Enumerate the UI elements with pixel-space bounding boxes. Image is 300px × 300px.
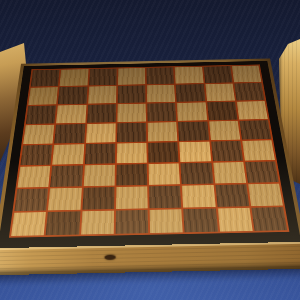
- photo-scene: [0, 0, 300, 300]
- square-r2c6-dark: [176, 84, 205, 102]
- square-r1c8-light: [232, 66, 262, 83]
- square-r1c1-dark: [31, 70, 60, 87]
- square-r7c8-light: [248, 184, 283, 207]
- square-r2c4-dark: [118, 85, 146, 103]
- square-r8c5-light: [150, 209, 183, 233]
- square-r1c6-light: [175, 67, 203, 84]
- square-r4c5-light: [148, 122, 178, 141]
- square-r3c3-dark: [87, 104, 116, 122]
- square-r3c6-light: [177, 102, 207, 120]
- square-r8c7-light: [217, 208, 252, 232]
- square-r7c1-dark: [14, 188, 48, 211]
- square-r4c6-dark: [178, 122, 209, 141]
- wood-knot: [105, 255, 116, 260]
- square-r5c8-light: [242, 140, 275, 160]
- square-r1c2-light: [60, 69, 88, 86]
- square-r7c4-light: [116, 186, 148, 209]
- square-r8c8-dark: [251, 207, 287, 231]
- square-r5c4-light: [117, 143, 147, 163]
- box-front-edge: [0, 242, 300, 276]
- square-r1c7-dark: [203, 66, 232, 83]
- square-r6c1-light: [18, 166, 51, 187]
- square-r2c1-light: [28, 87, 58, 105]
- square-r6c8-dark: [245, 161, 279, 182]
- square-r5c3-dark: [85, 144, 116, 164]
- square-r8c4-dark: [115, 210, 148, 234]
- square-r8c1-light: [11, 212, 46, 236]
- square-r3c4-light: [117, 104, 146, 122]
- square-r4c3-light: [86, 123, 116, 142]
- square-r1c5-dark: [146, 67, 174, 84]
- square-r5c7-dark: [211, 141, 243, 161]
- square-r3c8-light: [237, 101, 268, 119]
- square-r6c3-light: [83, 165, 114, 186]
- square-r2c2-dark: [58, 87, 87, 105]
- square-r5c2-light: [52, 144, 83, 164]
- square-r6c5-light: [149, 163, 180, 184]
- square-r7c3-dark: [82, 187, 114, 210]
- board-perspective-wrapper: [0, 27, 300, 249]
- square-r4c1-light: [23, 125, 54, 144]
- square-r2c8-dark: [234, 83, 264, 101]
- chess-box: [0, 27, 300, 281]
- square-r6c4-dark: [116, 164, 147, 185]
- square-r7c6-light: [182, 185, 215, 208]
- square-r3c2-light: [56, 105, 86, 123]
- square-r6c2-dark: [50, 165, 82, 186]
- square-r2c5-light: [147, 85, 175, 103]
- board-grid: [11, 66, 287, 236]
- square-r4c7-light: [209, 121, 240, 140]
- square-r3c5-dark: [147, 103, 176, 121]
- square-r8c2-dark: [46, 211, 80, 235]
- square-r4c4-dark: [117, 123, 146, 142]
- square-r7c5-dark: [149, 186, 181, 209]
- square-r8c6-dark: [183, 209, 217, 233]
- square-r5c5-dark: [148, 142, 179, 162]
- square-r3c1-dark: [26, 106, 56, 124]
- square-r2c3-light: [88, 86, 116, 104]
- square-r1c3-dark: [89, 69, 117, 86]
- square-r3c7-dark: [207, 102, 237, 120]
- square-r6c7-light: [213, 162, 246, 183]
- board-red-line-frame: [9, 64, 289, 237]
- square-r1c4-light: [118, 68, 145, 85]
- square-r5c1-dark: [20, 145, 52, 165]
- square-r5c6-light: [179, 142, 210, 162]
- square-r8c3-light: [81, 211, 114, 235]
- square-r7c7-dark: [215, 184, 249, 207]
- square-r4c8-dark: [239, 120, 271, 139]
- square-r6c6-dark: [181, 163, 213, 184]
- square-r2c7-light: [205, 84, 235, 102]
- square-r4c2-dark: [54, 124, 85, 143]
- square-r7c2-light: [48, 188, 81, 211]
- board-inner-black-border: [0, 61, 300, 249]
- chessboard: [0, 59, 300, 250]
